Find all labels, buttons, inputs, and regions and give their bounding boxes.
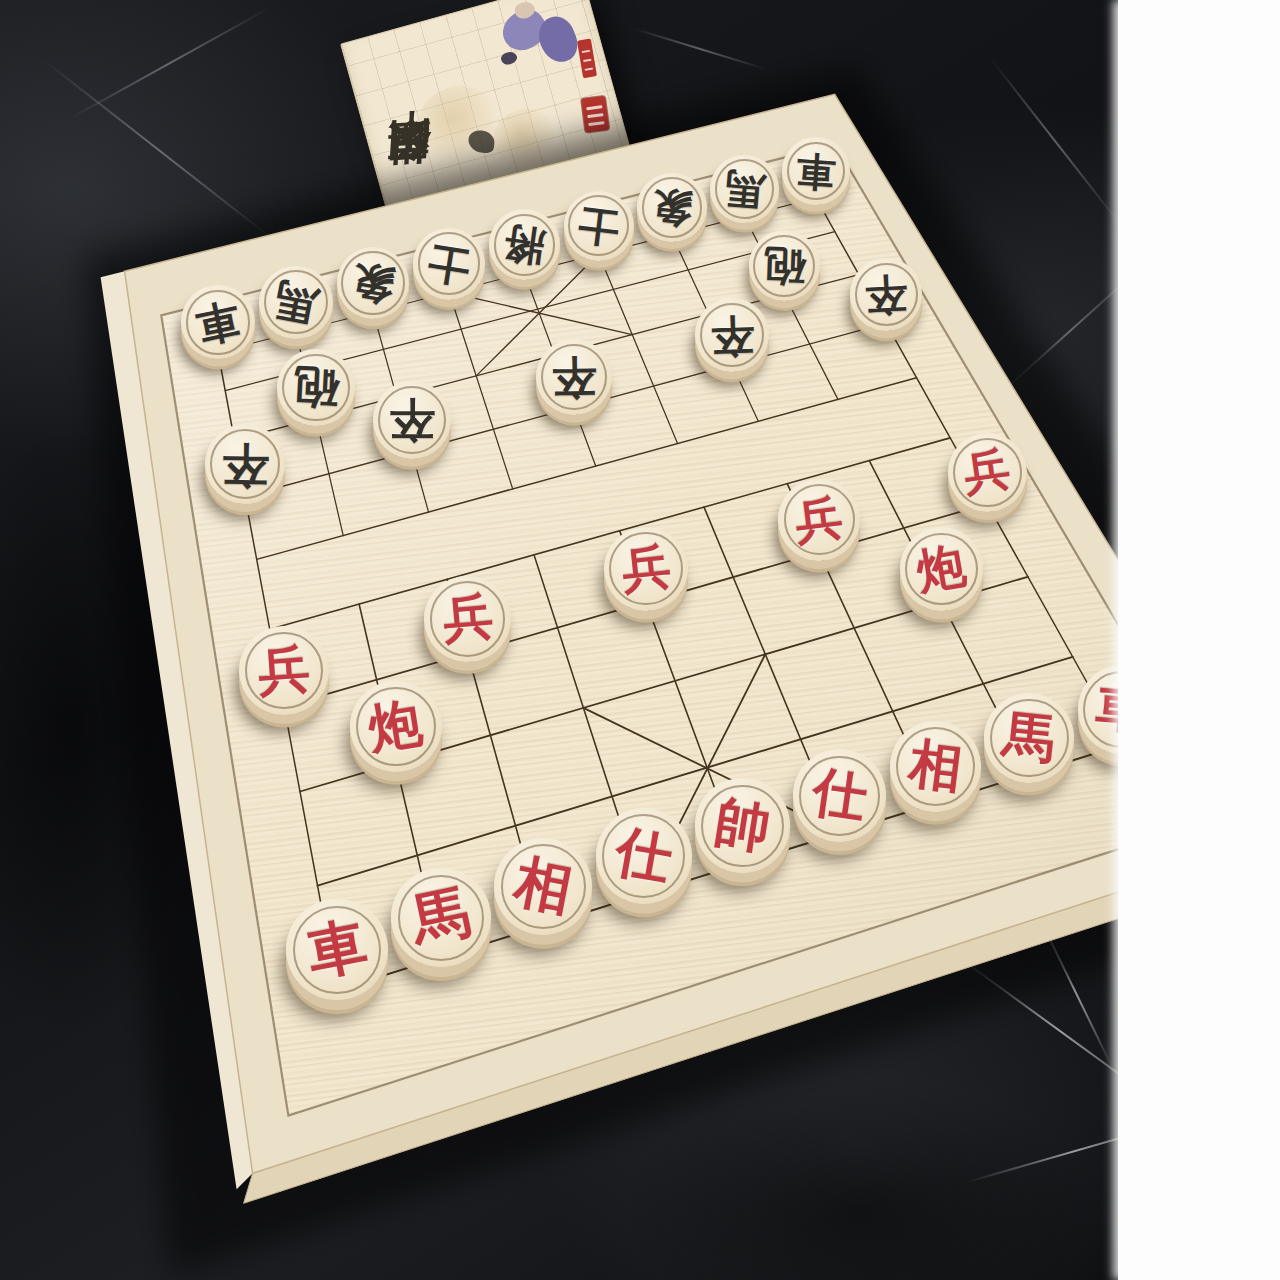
piece-character: 兵: [440, 583, 496, 655]
piece-black-general[interactable]: 將: [489, 209, 560, 280]
pieces-layer: 車馬象士將士象馬車砲砲卒卒卒卒卒兵兵兵兵兵炮炮車馬相仕帥仕相馬車: [0, 0, 1280, 1280]
piece-black-soldier[interactable]: 卒: [695, 298, 769, 372]
piece-red-elephant[interactable]: 相: [494, 838, 592, 936]
piece-red-elephant[interactable]: 相: [890, 721, 981, 812]
piece-red-chariot[interactable]: 車: [286, 899, 387, 1000]
piece-black-elephant[interactable]: 象: [337, 247, 410, 320]
photo-white-margin: [1118, 0, 1280, 1280]
piece-red-soldier[interactable]: 兵: [239, 626, 328, 715]
piece-character: 卒: [389, 389, 434, 450]
piece-black-soldier[interactable]: 卒: [850, 258, 922, 330]
piece-black-cannon[interactable]: 砲: [749, 230, 820, 301]
piece-black-horse[interactable]: 馬: [710, 155, 778, 223]
piece-red-general[interactable]: 帥: [695, 778, 789, 872]
piece-character: 馬: [722, 160, 766, 217]
piece-character: 卒: [551, 347, 596, 408]
piece-character: 砲: [763, 237, 806, 294]
piece-character: 馬: [1000, 700, 1059, 775]
piece-red-cannon[interactable]: 炮: [350, 681, 441, 772]
piece-black-elephant[interactable]: 象: [637, 173, 706, 242]
piece-red-cannon[interactable]: 炮: [900, 527, 983, 610]
piece-black-chariot[interactable]: 車: [782, 137, 850, 205]
piece-red-soldier[interactable]: 兵: [424, 576, 511, 663]
piece-character: 卒: [710, 305, 755, 365]
piece-character: 卒: [864, 265, 909, 323]
piece-character: 兵: [256, 634, 313, 707]
piece-character: 士: [575, 196, 622, 256]
piece-red-horse[interactable]: 馬: [391, 868, 490, 967]
piece-black-horse[interactable]: 馬: [259, 266, 333, 340]
xiangqi-photo-scene: 中国象棋 中国象棋 車馬象士將士象馬車砲砲卒卒卒卒卒兵兵兵兵兵炮炮車馬相仕帥仕相…: [0, 0, 1280, 1280]
piece-black-soldier[interactable]: 卒: [373, 381, 451, 459]
piece-black-chariot[interactable]: 車: [181, 285, 256, 360]
piece-red-soldier[interactable]: 兵: [778, 479, 860, 561]
piece-red-soldier[interactable]: 兵: [948, 433, 1027, 512]
piece-red-soldier[interactable]: 兵: [604, 527, 688, 611]
piece-character: 相: [905, 728, 966, 806]
piece-character: 兵: [618, 534, 673, 604]
piece-red-advisor[interactable]: 仕: [793, 749, 886, 842]
piece-black-soldier[interactable]: 卒: [205, 424, 286, 505]
piece-character: 卒: [221, 432, 269, 496]
piece-red-advisor[interactable]: 仕: [596, 808, 692, 904]
piece-black-advisor[interactable]: 士: [564, 191, 634, 261]
piece-character: 砲: [292, 356, 340, 418]
piece-character: 兵: [960, 438, 1014, 506]
piece-character: 仕: [808, 756, 872, 836]
piece-black-advisor[interactable]: 士: [413, 228, 485, 300]
piece-character: 帥: [710, 785, 776, 867]
piece-character: 兵: [792, 485, 847, 554]
piece-black-soldier[interactable]: 卒: [536, 339, 612, 415]
piece-black-cannon[interactable]: 砲: [277, 349, 354, 426]
piece-character: 將: [500, 214, 549, 275]
piece-red-horse[interactable]: 馬: [984, 693, 1074, 783]
piece-character: 車: [795, 143, 838, 200]
piece-character: 象: [649, 178, 695, 237]
